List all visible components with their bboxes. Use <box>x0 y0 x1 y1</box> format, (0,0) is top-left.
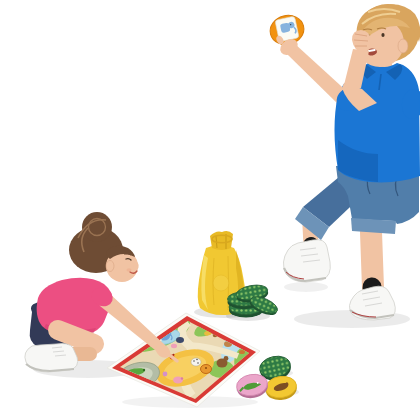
mat-frog <box>120 383 124 387</box>
boy-player <box>267 4 420 320</box>
mat-pig-small <box>171 344 177 348</box>
bag-logo <box>213 275 229 291</box>
girl-ear <box>106 261 114 272</box>
mat-bird <box>173 318 176 321</box>
girl-blush <box>127 268 132 272</box>
scene <box>0 0 420 420</box>
mat-dalmatian <box>191 358 201 366</box>
boy-foot-shadow <box>284 282 328 292</box>
boy-right-sneaker <box>349 286 395 320</box>
photo-stage <box>0 0 420 420</box>
girl-player <box>25 212 177 372</box>
girl-thigh <box>58 330 94 344</box>
boy-ear <box>398 39 408 53</box>
boy-eye-right <box>381 33 384 37</box>
boy-hand-at-nose <box>352 30 371 52</box>
mat-puddle <box>116 378 124 382</box>
mat-frog <box>134 385 138 389</box>
mat-lion <box>201 365 212 374</box>
mat-fox <box>239 350 245 354</box>
mat-frog <box>127 386 131 390</box>
boy-left-sneaker <box>283 240 330 282</box>
mat-animal <box>163 372 168 377</box>
mat-cat <box>176 337 184 343</box>
